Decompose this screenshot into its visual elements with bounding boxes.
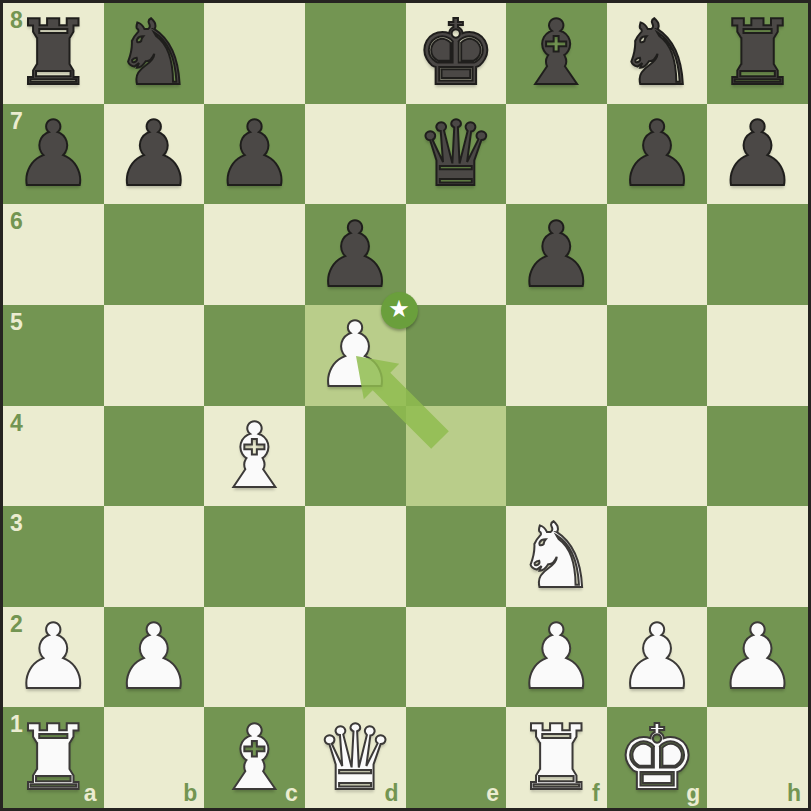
square-f4[interactable] xyxy=(506,406,607,507)
square-f1[interactable]: f♜ xyxy=(506,707,607,808)
square-d7[interactable] xyxy=(305,104,406,205)
square-d3[interactable] xyxy=(305,506,406,607)
square-d1[interactable]: d♛ xyxy=(305,707,406,808)
square-b7[interactable]: ♟ xyxy=(104,104,205,205)
piece-black-rook-h8[interactable]: ♜ xyxy=(707,3,808,104)
square-h6[interactable] xyxy=(707,204,808,305)
square-h8[interactable]: ♜ xyxy=(707,3,808,104)
piece-white-pawn-a2[interactable]: ♟ xyxy=(3,607,104,708)
square-d8[interactable] xyxy=(305,3,406,104)
square-a5[interactable]: 5 xyxy=(3,305,104,406)
chess-board: 8♜♞♚♝♞♜7♟♟♟♛♟♟6♟♟5♟4♝3♞2♟♟♟♟♟1a♜bc♝d♛ef♜… xyxy=(3,3,808,808)
rank-label-5: 5 xyxy=(10,309,23,336)
square-a2[interactable]: 2♟ xyxy=(3,607,104,708)
piece-white-pawn-b2[interactable]: ♟ xyxy=(104,607,205,708)
square-e1[interactable]: e xyxy=(406,707,507,808)
square-d2[interactable] xyxy=(305,607,406,708)
square-g8[interactable]: ♞ xyxy=(607,3,708,104)
square-e6[interactable] xyxy=(406,204,507,305)
piece-black-pawn-f6[interactable]: ♟ xyxy=(506,204,607,305)
piece-white-pawn-f2[interactable]: ♟ xyxy=(506,607,607,708)
square-f5[interactable] xyxy=(506,305,607,406)
square-g4[interactable] xyxy=(607,406,708,507)
square-f8[interactable]: ♝ xyxy=(506,3,607,104)
piece-black-pawn-a7[interactable]: ♟ xyxy=(3,104,104,205)
square-h1[interactable]: h xyxy=(707,707,808,808)
best-move-star-badge: ★ xyxy=(381,292,418,329)
piece-black-pawn-h7[interactable]: ♟ xyxy=(707,104,808,205)
file-label-e: e xyxy=(486,780,499,807)
piece-black-pawn-d6[interactable]: ♟ xyxy=(305,204,406,305)
square-a6[interactable]: 6 xyxy=(3,204,104,305)
piece-white-king-g1[interactable]: ♚ xyxy=(607,707,708,808)
piece-black-bishop-f8[interactable]: ♝ xyxy=(506,3,607,104)
piece-black-knight-g8[interactable]: ♞ xyxy=(607,3,708,104)
square-g6[interactable] xyxy=(607,204,708,305)
square-d4[interactable] xyxy=(305,406,406,507)
square-f6[interactable]: ♟ xyxy=(506,204,607,305)
piece-white-pawn-g2[interactable]: ♟ xyxy=(607,607,708,708)
square-e3[interactable] xyxy=(406,506,507,607)
square-c4[interactable]: ♝ xyxy=(204,406,305,507)
file-label-h: h xyxy=(787,780,801,807)
rank-label-6: 6 xyxy=(10,208,23,235)
piece-white-queen-d1[interactable]: ♛ xyxy=(305,707,406,808)
square-c3[interactable] xyxy=(204,506,305,607)
square-c8[interactable] xyxy=(204,3,305,104)
piece-white-bishop-c4[interactable]: ♝ xyxy=(204,406,305,507)
square-a8[interactable]: 8♜ xyxy=(3,3,104,104)
square-h4[interactable] xyxy=(707,406,808,507)
piece-black-rook-a8[interactable]: ♜ xyxy=(3,3,104,104)
square-e5[interactable] xyxy=(406,305,507,406)
piece-black-knight-b8[interactable]: ♞ xyxy=(104,3,205,104)
square-c2[interactable] xyxy=(204,607,305,708)
rank-label-3: 3 xyxy=(10,510,23,537)
square-g3[interactable] xyxy=(607,506,708,607)
square-b8[interactable]: ♞ xyxy=(104,3,205,104)
square-h2[interactable]: ♟ xyxy=(707,607,808,708)
piece-black-pawn-c7[interactable]: ♟ xyxy=(204,104,305,205)
square-b2[interactable]: ♟ xyxy=(104,607,205,708)
square-b5[interactable] xyxy=(104,305,205,406)
piece-white-bishop-c1[interactable]: ♝ xyxy=(204,707,305,808)
square-a7[interactable]: 7♟ xyxy=(3,104,104,205)
piece-white-rook-a1[interactable]: ♜ xyxy=(3,707,104,808)
square-h5[interactable] xyxy=(707,305,808,406)
square-e8[interactable]: ♚ xyxy=(406,3,507,104)
square-f2[interactable]: ♟ xyxy=(506,607,607,708)
square-b3[interactable] xyxy=(104,506,205,607)
square-c6[interactable] xyxy=(204,204,305,305)
square-c7[interactable]: ♟ xyxy=(204,104,305,205)
file-label-b: b xyxy=(183,780,197,807)
square-g1[interactable]: g♚ xyxy=(607,707,708,808)
square-b1[interactable]: b xyxy=(104,707,205,808)
square-b6[interactable] xyxy=(104,204,205,305)
square-f3[interactable]: ♞ xyxy=(506,506,607,607)
square-a1[interactable]: 1a♜ xyxy=(3,707,104,808)
square-h3[interactable] xyxy=(707,506,808,607)
piece-white-knight-f3[interactable]: ♞ xyxy=(506,506,607,607)
square-c1[interactable]: c♝ xyxy=(204,707,305,808)
square-e2[interactable] xyxy=(406,607,507,708)
square-d6[interactable]: ♟ xyxy=(305,204,406,305)
square-h7[interactable]: ♟ xyxy=(707,104,808,205)
square-e4[interactable] xyxy=(406,406,507,507)
piece-black-pawn-g7[interactable]: ♟ xyxy=(607,104,708,205)
square-a4[interactable]: 4 xyxy=(3,406,104,507)
star-icon: ★ xyxy=(388,297,410,321)
square-a3[interactable]: 3 xyxy=(3,506,104,607)
analysis-board-frame: 8♜♞♚♝♞♜7♟♟♟♛♟♟6♟♟5♟4♝3♞2♟♟♟♟♟1a♜bc♝d♛ef♜… xyxy=(0,0,811,811)
piece-white-pawn-h2[interactable]: ♟ xyxy=(707,607,808,708)
square-c5[interactable] xyxy=(204,305,305,406)
piece-white-rook-f1[interactable]: ♜ xyxy=(506,707,607,808)
piece-black-pawn-b7[interactable]: ♟ xyxy=(104,104,205,205)
piece-black-queen-e7[interactable]: ♛ xyxy=(406,104,507,205)
square-b4[interactable] xyxy=(104,406,205,507)
square-g2[interactable]: ♟ xyxy=(607,607,708,708)
rank-label-4: 4 xyxy=(10,410,23,437)
square-f7[interactable] xyxy=(506,104,607,205)
square-g5[interactable] xyxy=(607,305,708,406)
square-e7[interactable]: ♛ xyxy=(406,104,507,205)
piece-black-king-e8[interactable]: ♚ xyxy=(406,3,507,104)
square-g7[interactable]: ♟ xyxy=(607,104,708,205)
